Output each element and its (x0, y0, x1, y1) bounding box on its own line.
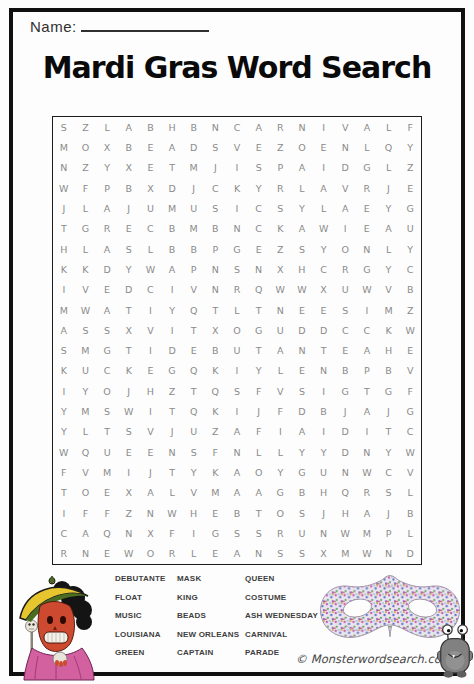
grid-cell[interactable]: M (96, 462, 118, 482)
grid-cell[interactable]: J (334, 401, 356, 421)
grid-cell[interactable]: I (140, 341, 162, 361)
grid-cell[interactable]: N (313, 523, 335, 543)
grid-cell[interactable]: N (161, 442, 183, 462)
grid-cell[interactable]: U (140, 198, 162, 218)
grid-cell[interactable]: A (248, 483, 270, 503)
grid-cell[interactable]: M (75, 401, 97, 421)
grid-cell[interactable]: I (356, 300, 378, 320)
grid-cell[interactable]: B (118, 178, 140, 198)
grid-cell[interactable]: A (226, 462, 248, 482)
grid-cell[interactable]: Z (118, 503, 140, 523)
grid-cell[interactable]: C (334, 320, 356, 340)
grid-cell[interactable]: P (183, 259, 205, 279)
grid-cell[interactable]: M (205, 483, 227, 503)
grid-cell[interactable]: P (356, 361, 378, 381)
grid-cell[interactable]: L (378, 117, 400, 137)
grid-cell[interactable]: W (53, 178, 75, 198)
grid-cell[interactable]: W (313, 219, 335, 239)
grid-cell[interactable]: J (205, 158, 227, 178)
grid-cell[interactable]: Q (205, 381, 227, 401)
grid-cell[interactable]: H (334, 503, 356, 523)
grid-cell[interactable]: L (378, 158, 400, 178)
grid-cell[interactable]: N (334, 462, 356, 482)
grid-cell[interactable]: Y (313, 239, 335, 259)
grid-cell[interactable]: L (96, 117, 118, 137)
grid-cell[interactable]: L (75, 422, 97, 442)
grid-cell[interactable]: J (53, 198, 75, 218)
grid-cell[interactable]: W (161, 503, 183, 523)
grid-cell[interactable]: L (226, 300, 248, 320)
grid-cell[interactable]: N (205, 259, 227, 279)
grid-cell[interactable]: C (53, 523, 75, 543)
grid-cell[interactable]: I (53, 381, 75, 401)
grid-cell[interactable]: E (140, 442, 162, 462)
grid-cell[interactable]: A (226, 544, 248, 564)
grid-cell[interactable]: T (53, 219, 75, 239)
grid-cell[interactable]: W (399, 320, 421, 340)
grid-cell[interactable]: V (183, 280, 205, 300)
grid-cell[interactable]: K (75, 259, 97, 279)
grid-cell[interactable]: A (96, 300, 118, 320)
grid-cell[interactable]: A (140, 483, 162, 503)
grid-cell[interactable]: W (291, 280, 313, 300)
grid-cell[interactable]: D (334, 422, 356, 442)
grid-cell[interactable]: X (118, 320, 140, 340)
grid-cell[interactable]: O (334, 239, 356, 259)
grid-cell[interactable]: S (183, 442, 205, 462)
grid-cell[interactable]: W (118, 401, 140, 421)
grid-cell[interactable]: H (313, 483, 335, 503)
grid-cell[interactable]: H (291, 259, 313, 279)
grid-cell[interactable]: E (140, 137, 162, 157)
grid-cell[interactable]: J (118, 381, 140, 401)
grid-cell[interactable]: Z (161, 381, 183, 401)
grid-cell[interactable]: H (140, 381, 162, 401)
grid-cell[interactable]: B (183, 239, 205, 259)
grid-cell[interactable]: Q (96, 523, 118, 543)
grid-cell[interactable]: A (356, 117, 378, 137)
grid-cell[interactable]: E (118, 219, 140, 239)
grid-cell[interactable]: O (248, 462, 270, 482)
grid-cell[interactable]: I (269, 422, 291, 442)
grid-cell[interactable]: I (161, 320, 183, 340)
grid-cell[interactable]: N (53, 158, 75, 178)
grid-cell[interactable]: K (378, 320, 400, 340)
grid-cell[interactable]: S (205, 198, 227, 218)
grid-cell[interactable]: G (96, 341, 118, 361)
grid-cell[interactable]: A (291, 219, 313, 239)
grid-cell[interactable]: I (226, 401, 248, 421)
grid-cell[interactable]: H (161, 117, 183, 137)
grid-cell[interactable]: A (118, 117, 140, 137)
grid-cell[interactable]: G (378, 381, 400, 401)
grid-cell[interactable]: T (183, 320, 205, 340)
grid-cell[interactable]: C (248, 219, 270, 239)
grid-cell[interactable]: X (313, 544, 335, 564)
grid-cell[interactable]: P (96, 178, 118, 198)
grid-cell[interactable]: S (334, 300, 356, 320)
grid-cell[interactable]: L (75, 198, 97, 218)
grid-cell[interactable]: C (356, 320, 378, 340)
grid-cell[interactable]: E (399, 341, 421, 361)
grid-cell[interactable]: T (248, 341, 270, 361)
grid-cell[interactable]: L (356, 137, 378, 157)
grid-cell[interactable]: B (334, 361, 356, 381)
grid-cell[interactable]: A (248, 117, 270, 137)
grid-cell[interactable]: S (291, 239, 313, 259)
grid-cell[interactable]: T (356, 381, 378, 401)
grid-cell[interactable]: A (356, 341, 378, 361)
grid-cell[interactable]: N (378, 544, 400, 564)
grid-cell[interactable]: A (291, 422, 313, 442)
grid-cell[interactable]: E (96, 483, 118, 503)
grid-cell[interactable]: G (399, 198, 421, 218)
grid-cell[interactable]: I (313, 158, 335, 178)
grid-cell[interactable]: R (161, 544, 183, 564)
grid-cell[interactable]: W (140, 259, 162, 279)
grid-cell[interactable]: U (183, 422, 205, 442)
grid-cell[interactable]: V (183, 483, 205, 503)
grid-cell[interactable]: W (399, 442, 421, 462)
grid-cell[interactable]: V (334, 117, 356, 137)
grid-cell[interactable]: S (75, 320, 97, 340)
grid-cell[interactable]: E (118, 442, 140, 462)
word-item[interactable]: MUSIC (115, 611, 177, 630)
grid-cell[interactable]: F (269, 401, 291, 421)
grid-cell[interactable]: N (356, 239, 378, 259)
grid-cell[interactable]: U (334, 280, 356, 300)
grid-cell[interactable]: W (269, 280, 291, 300)
word-item[interactable]: KING (177, 593, 245, 612)
grid-cell[interactable]: S (269, 544, 291, 564)
grid-cell[interactable]: Q (334, 483, 356, 503)
grid-cell[interactable]: X (269, 259, 291, 279)
grid-cell[interactable]: I (183, 523, 205, 543)
grid-cell[interactable]: U (313, 462, 335, 482)
grid-cell[interactable]: R (356, 178, 378, 198)
word-item[interactable]: DEBUTANTE (115, 574, 177, 593)
grid-cell[interactable]: Z (399, 158, 421, 178)
grid-cell[interactable]: X (96, 137, 118, 157)
grid-cell[interactable]: N (313, 361, 335, 381)
grid-cell[interactable]: I (53, 280, 75, 300)
grid-cell[interactable]: F (161, 523, 183, 543)
grid-cell[interactable]: R (269, 117, 291, 137)
grid-cell[interactable]: A (75, 523, 97, 543)
grid-cell[interactable]: C (313, 259, 335, 279)
grid-cell[interactable]: M (356, 523, 378, 543)
grid-cell[interactable]: Q (378, 137, 400, 157)
grid-cell[interactable]: G (356, 158, 378, 178)
grid-cell[interactable]: W (356, 280, 378, 300)
grid-cell[interactable]: N (205, 280, 227, 300)
grid-cell[interactable]: R (226, 280, 248, 300)
grid-cell[interactable]: L (161, 483, 183, 503)
grid-cell[interactable]: J (248, 401, 270, 421)
grid-cell[interactable]: X (140, 523, 162, 543)
grid-cell[interactable]: P (269, 158, 291, 178)
grid-cell[interactable]: C (140, 280, 162, 300)
grid-cell[interactable]: G (334, 381, 356, 401)
grid-cell[interactable]: S (226, 381, 248, 401)
grid-cell[interactable]: R (96, 219, 118, 239)
grid-cell[interactable]: O (291, 137, 313, 157)
grid-cell[interactable]: F (96, 503, 118, 523)
grid-cell[interactable]: R (269, 178, 291, 198)
grid-cell[interactable]: V (226, 137, 248, 157)
grid-cell[interactable]: P (378, 523, 400, 543)
grid-cell[interactable]: X (118, 483, 140, 503)
grid-cell[interactable]: E (248, 137, 270, 157)
grid-cell[interactable]: T (183, 381, 205, 401)
grid-cell[interactable]: A (334, 198, 356, 218)
grid-cell[interactable]: U (96, 442, 118, 462)
grid-cell[interactable]: M (75, 341, 97, 361)
grid-cell[interactable]: N (205, 117, 227, 137)
grid-cell[interactable]: A (226, 483, 248, 503)
grid-cell[interactable]: G (248, 320, 270, 340)
grid-cell[interactable]: E (356, 198, 378, 218)
grid-cell[interactable]: Y (96, 158, 118, 178)
grid-cell[interactable]: L (269, 442, 291, 462)
grid-cell[interactable]: S (96, 401, 118, 421)
grid-cell[interactable]: N (248, 544, 270, 564)
grid-cell[interactable]: B (140, 117, 162, 137)
grid-cell[interactable]: Y (399, 137, 421, 157)
grid-cell[interactable]: T (248, 503, 270, 523)
grid-cell[interactable]: T (161, 158, 183, 178)
grid-cell[interactable]: C (248, 198, 270, 218)
grid-cell[interactable]: T (161, 401, 183, 421)
grid-cell[interactable]: S (205, 137, 227, 157)
grid-cell[interactable]: N (140, 503, 162, 523)
grid-cell[interactable]: L (75, 239, 97, 259)
grid-cell[interactable]: G (399, 401, 421, 421)
grid-cell[interactable]: Z (269, 239, 291, 259)
grid-cell[interactable]: E (248, 239, 270, 259)
grid-cell[interactable]: T (248, 300, 270, 320)
grid-cell[interactable]: M (183, 219, 205, 239)
grid-cell[interactable]: Y (53, 422, 75, 442)
grid-cell[interactable]: T (378, 422, 400, 442)
grid-cell[interactable]: A (161, 137, 183, 157)
grid-cell[interactable]: U (183, 198, 205, 218)
grid-cell[interactable]: Z (399, 300, 421, 320)
grid-cell[interactable]: O (226, 320, 248, 340)
grid-cell[interactable]: W (356, 462, 378, 482)
grid-cell[interactable]: D (334, 158, 356, 178)
grid-cell[interactable]: Y (291, 442, 313, 462)
grid-cell[interactable]: Z (205, 422, 227, 442)
grid-cell[interactable]: E (140, 361, 162, 381)
grid-cell[interactable]: G (356, 259, 378, 279)
grid-cell[interactable]: W (356, 544, 378, 564)
grid-cell[interactable]: V (75, 462, 97, 482)
grid-cell[interactable]: A (356, 503, 378, 523)
grid-cell[interactable]: W (334, 523, 356, 543)
grid-cell[interactable]: H (53, 239, 75, 259)
grid-cell[interactable]: D (118, 280, 140, 300)
grid-cell[interactable]: C (140, 219, 162, 239)
grid-cell[interactable]: Y (183, 462, 205, 482)
grid-cell[interactable]: F (75, 178, 97, 198)
grid-cell[interactable]: T (53, 483, 75, 503)
grid-cell[interactable]: N (118, 523, 140, 543)
grid-cell[interactable]: J (313, 503, 335, 523)
word-item[interactable]: FLOAT (115, 593, 177, 612)
grid-cell[interactable]: Y (161, 300, 183, 320)
grid-cell[interactable]: U (269, 320, 291, 340)
grid-cell[interactable]: K (205, 361, 227, 381)
grid-cell[interactable]: D (334, 442, 356, 462)
grid-cell[interactable]: K (53, 259, 75, 279)
grid-cell[interactable]: S (248, 158, 270, 178)
grid-cell[interactable]: O (75, 137, 97, 157)
grid-cell[interactable]: I (313, 117, 335, 137)
grid-cell[interactable]: A (161, 259, 183, 279)
grid-cell[interactable]: G (226, 239, 248, 259)
word-item[interactable]: BEADS (177, 611, 245, 630)
grid-cell[interactable]: B (161, 219, 183, 239)
grid-cell[interactable]: E (356, 219, 378, 239)
word-item[interactable]: CAPTAIN (177, 648, 245, 667)
grid-cell[interactable]: F (399, 381, 421, 401)
grid-cell[interactable]: F (248, 381, 270, 401)
grid-cell[interactable]: J (183, 178, 205, 198)
grid-cell[interactable]: Y (291, 198, 313, 218)
grid-cell[interactable]: Y (269, 462, 291, 482)
grid-cell[interactable]: S (291, 381, 313, 401)
grid-cell[interactable]: B (291, 483, 313, 503)
grid-cell[interactable]: Y (313, 442, 335, 462)
grid-cell[interactable]: S (226, 523, 248, 543)
grid-cell[interactable]: V (334, 178, 356, 198)
grid-cell[interactable]: E (205, 544, 227, 564)
grid-cell[interactable]: T (96, 422, 118, 442)
grid-cell[interactable]: V (378, 280, 400, 300)
grid-cell[interactable]: J (378, 178, 400, 198)
grid-cell[interactable]: R (53, 544, 75, 564)
grid-cell[interactable]: K (226, 178, 248, 198)
grid-cell[interactable]: N (75, 544, 97, 564)
grid-cell[interactable]: L (183, 544, 205, 564)
word-item[interactable]: LOUISIANA (115, 630, 177, 649)
grid-cell[interactable]: A (96, 198, 118, 218)
word-item[interactable]: MASK (177, 574, 245, 593)
grid-cell[interactable]: G (161, 361, 183, 381)
grid-cell[interactable]: Y (378, 259, 400, 279)
grid-cell[interactable]: P (205, 239, 227, 259)
grid-cell[interactable]: T (205, 300, 227, 320)
grid-cell[interactable]: I (313, 422, 335, 442)
grid-cell[interactable]: G (205, 523, 227, 543)
grid-cell[interactable]: W (75, 300, 97, 320)
grid-cell[interactable]: L (313, 198, 335, 218)
grid-cell[interactable]: A (291, 158, 313, 178)
grid-cell[interactable]: I (140, 300, 162, 320)
grid-cell[interactable]: T (118, 300, 140, 320)
grid-cell[interactable]: G (75, 219, 97, 239)
grid-cell[interactable]: M (53, 137, 75, 157)
grid-cell[interactable]: K (118, 361, 140, 381)
grid-cell[interactable]: K (205, 462, 227, 482)
grid-cell[interactable]: J (378, 503, 400, 523)
grid-cell[interactable]: Q (183, 361, 205, 381)
grid-cell[interactable]: B (378, 361, 400, 381)
grid-cell[interactable]: L (291, 178, 313, 198)
grid-cell[interactable]: I (53, 503, 75, 523)
grid-cell[interactable]: B (161, 239, 183, 259)
grid-cell[interactable]: D (291, 401, 313, 421)
grid-cell[interactable]: W (53, 442, 75, 462)
word-item[interactable]: GREEN (115, 648, 177, 667)
grid-cell[interactable]: S (248, 523, 270, 543)
grid-cell[interactable]: D (291, 320, 313, 340)
grid-cell[interactable]: S (226, 259, 248, 279)
grid-cell[interactable]: L (269, 361, 291, 381)
grid-cell[interactable]: W (118, 544, 140, 564)
grid-cell[interactable]: R (356, 483, 378, 503)
grid-cell[interactable]: A (269, 341, 291, 361)
grid-cell[interactable]: A (313, 178, 335, 198)
grid-cell[interactable]: B (205, 219, 227, 239)
grid-cell[interactable]: E (291, 361, 313, 381)
grid-cell[interactable]: N (334, 137, 356, 157)
grid-cell[interactable]: N (356, 442, 378, 462)
grid-cell[interactable]: I (313, 381, 335, 401)
grid-cell[interactable]: J (161, 422, 183, 442)
grid-cell[interactable]: U (75, 361, 97, 381)
grid-cell[interactable]: E (313, 137, 335, 157)
grid-cell[interactable]: E (205, 503, 227, 523)
grid-cell[interactable]: K (53, 361, 75, 381)
grid-cell[interactable]: D (161, 341, 183, 361)
grid-cell[interactable]: H (378, 341, 400, 361)
grid-cell[interactable]: U (226, 341, 248, 361)
grid-cell[interactable]: M (183, 158, 205, 178)
grid-cell[interactable]: F (75, 503, 97, 523)
grid-cell[interactable]: C (205, 178, 227, 198)
grid-cell[interactable]: C (378, 462, 400, 482)
grid-cell[interactable]: G (291, 462, 313, 482)
grid-cell[interactable]: X (140, 178, 162, 198)
grid-cell[interactable]: S (96, 320, 118, 340)
grid-cell[interactable]: M (161, 198, 183, 218)
grid-cell[interactable]: B (205, 341, 227, 361)
grid-cell[interactable]: B (399, 503, 421, 523)
grid-cell[interactable]: J (378, 401, 400, 421)
grid-cell[interactable]: Y (53, 401, 75, 421)
grid-cell[interactable]: E (96, 544, 118, 564)
grid-cell[interactable]: V (75, 280, 97, 300)
grid-cell[interactable]: O (140, 544, 162, 564)
grid-cell[interactable]: X (118, 158, 140, 178)
grid-cell[interactable]: E (313, 300, 335, 320)
grid-cell[interactable]: A (356, 401, 378, 421)
grid-cell[interactable]: V (399, 361, 421, 381)
grid-cell[interactable]: X (205, 320, 227, 340)
grid-cell[interactable]: B (313, 401, 335, 421)
grid-cell[interactable]: B (399, 280, 421, 300)
grid-cell[interactable]: I (334, 219, 356, 239)
grid-cell[interactable]: Q (183, 401, 205, 421)
grid-cell[interactable]: F (248, 422, 270, 442)
grid-cell[interactable]: E (291, 300, 313, 320)
grid-cell[interactable]: Y (75, 381, 97, 401)
grid-cell[interactable]: U (399, 219, 421, 239)
grid-cell[interactable]: F (205, 442, 227, 462)
grid-cell[interactable]: I (118, 462, 140, 482)
